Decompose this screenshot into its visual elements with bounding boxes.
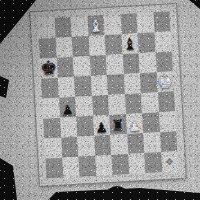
square-f3[interactable]: ♟	[126, 113, 144, 134]
square-d4[interactable]	[92, 95, 110, 116]
square-f8[interactable]	[120, 13, 138, 34]
piece-white-bishop[interactable]: ♝	[88, 17, 104, 35]
square-d3[interactable]: ♟	[93, 115, 111, 136]
square-b4[interactable]: ♟	[59, 97, 77, 118]
square-c3[interactable]	[76, 116, 94, 137]
piece-white-pawn[interactable]: ♟	[128, 119, 140, 133]
square-a5[interactable]	[41, 78, 59, 99]
square-a6[interactable]: ♚	[40, 58, 58, 79]
square-g4[interactable]	[141, 92, 159, 113]
square-h6[interactable]	[155, 51, 173, 72]
square-e6[interactable]	[106, 54, 124, 75]
square-d6[interactable]	[89, 55, 107, 76]
square-d7[interactable]	[88, 35, 106, 56]
square-c6[interactable]	[73, 56, 91, 77]
square-c5[interactable]	[74, 76, 92, 97]
piece-white-king[interactable]: ♚	[156, 71, 174, 91]
square-b7[interactable]	[55, 37, 73, 58]
chessboard: ♝♝♚♚♟♟♜♟❖	[30, 4, 185, 186]
square-h3[interactable]	[159, 111, 177, 132]
square-b5[interactable]	[57, 77, 75, 98]
square-c7[interactable]	[72, 36, 90, 57]
square-a2[interactable]	[44, 138, 62, 159]
square-e5[interactable]	[107, 74, 125, 95]
square-g5[interactable]	[140, 72, 158, 93]
square-f2[interactable]	[127, 133, 145, 154]
square-f1[interactable]	[128, 153, 146, 174]
square-a3[interactable]	[43, 118, 61, 139]
square-d1[interactable]	[95, 155, 113, 176]
maker-logo: ❖	[165, 156, 175, 167]
square-e7[interactable]	[105, 34, 123, 55]
square-g3[interactable]	[142, 112, 160, 133]
square-h4[interactable]	[157, 91, 175, 112]
board-grid: ♝♝♚♚♟♟♜♟❖	[38, 11, 179, 178]
square-e2[interactable]	[110, 134, 128, 155]
piece-black-bishop[interactable]: ♝	[122, 36, 137, 53]
square-c4[interactable]	[75, 96, 93, 117]
square-h5[interactable]: ♚	[156, 71, 174, 92]
square-d2[interactable]	[94, 135, 112, 156]
square-b1[interactable]	[62, 157, 80, 178]
square-e1[interactable]	[111, 154, 129, 175]
square-g2[interactable]	[143, 132, 161, 153]
square-d8[interactable]: ♝	[87, 15, 105, 36]
piece-black-pawn[interactable]: ♟	[61, 103, 73, 117]
square-h1[interactable]: ❖	[161, 151, 179, 172]
piece-black-pawn[interactable]: ♟	[95, 120, 108, 135]
square-a1[interactable]	[45, 158, 63, 179]
square-e8[interactable]	[104, 14, 122, 35]
square-f4[interactable]	[124, 93, 142, 114]
square-c2[interactable]	[77, 136, 95, 157]
square-h2[interactable]	[160, 131, 178, 152]
square-b2[interactable]	[61, 137, 79, 158]
photo-scene: ♝♝♚♚♟♟♜♟❖	[0, 0, 200, 200]
square-g7[interactable]	[138, 32, 156, 53]
square-c1[interactable]	[78, 156, 96, 177]
square-a7[interactable]	[39, 38, 57, 59]
square-b8[interactable]	[54, 17, 72, 38]
square-g1[interactable]	[144, 152, 162, 173]
cutoff-piece-top	[106, 186, 128, 200]
square-d5[interactable]	[90, 75, 108, 96]
square-e4[interactable]	[108, 94, 126, 115]
square-b3[interactable]	[60, 117, 78, 138]
square-h7[interactable]	[154, 31, 172, 52]
piece-black-rook[interactable]: ♜	[111, 118, 125, 134]
piece-black-king[interactable]: ♚	[40, 58, 58, 78]
square-c8[interactable]	[71, 16, 89, 37]
square-g8[interactable]	[136, 12, 154, 33]
square-g6[interactable]	[139, 52, 157, 73]
square-f7[interactable]: ♝	[121, 33, 139, 54]
square-f5[interactable]	[123, 73, 141, 94]
square-a8[interactable]	[38, 18, 56, 39]
square-h8[interactable]	[153, 11, 171, 32]
square-e3[interactable]: ♜	[109, 114, 127, 135]
square-f6[interactable]	[122, 53, 140, 74]
square-b6[interactable]	[56, 57, 74, 78]
square-a4[interactable]	[42, 98, 60, 119]
